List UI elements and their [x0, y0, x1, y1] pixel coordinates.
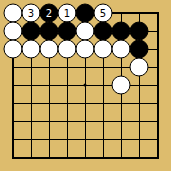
intersection[interactable] — [40, 112, 58, 130]
white-stone: 5 — [94, 4, 113, 23]
intersection[interactable] — [76, 94, 94, 112]
black-stone: 2 — [40, 4, 59, 23]
intersection[interactable] — [130, 112, 148, 130]
intersection[interactable] — [40, 148, 58, 166]
intersection[interactable] — [76, 76, 94, 94]
intersection[interactable] — [58, 148, 76, 166]
white-stone: 1 — [58, 4, 77, 23]
intersection[interactable] — [40, 40, 58, 58]
intersection[interactable] — [112, 58, 130, 76]
intersection[interactable] — [112, 22, 130, 40]
intersection[interactable] — [76, 130, 94, 148]
intersection[interactable] — [40, 22, 58, 40]
black-stone — [112, 22, 131, 41]
intersection[interactable] — [4, 22, 22, 40]
black-stone — [76, 4, 95, 23]
intersection[interactable] — [130, 76, 148, 94]
intersection[interactable] — [112, 112, 130, 130]
intersection[interactable] — [112, 94, 130, 112]
black-stone — [40, 22, 59, 41]
intersection[interactable] — [148, 148, 166, 166]
move-number-label: 3 — [28, 8, 34, 18]
intersection[interactable] — [148, 76, 166, 94]
intersection[interactable] — [112, 148, 130, 166]
intersection[interactable] — [112, 130, 130, 148]
white-stone — [4, 22, 23, 41]
intersection[interactable]: 1 — [58, 4, 76, 22]
board-grid: 3215 — [4, 4, 166, 166]
intersection[interactable] — [4, 76, 22, 94]
white-stone — [76, 40, 95, 59]
intersection[interactable] — [58, 40, 76, 58]
intersection[interactable] — [58, 58, 76, 76]
intersection[interactable] — [4, 94, 22, 112]
intersection[interactable] — [58, 94, 76, 112]
intersection[interactable] — [22, 148, 40, 166]
intersection[interactable] — [148, 94, 166, 112]
intersection[interactable] — [148, 22, 166, 40]
intersection[interactable] — [22, 58, 40, 76]
intersection[interactable] — [4, 112, 22, 130]
intersection[interactable] — [22, 40, 40, 58]
intersection[interactable] — [76, 4, 94, 22]
white-stone — [4, 4, 23, 23]
intersection[interactable] — [148, 58, 166, 76]
white-stone — [58, 40, 77, 59]
intersection[interactable] — [130, 40, 148, 58]
white-stone — [76, 22, 95, 41]
intersection[interactable] — [58, 112, 76, 130]
intersection[interactable] — [130, 130, 148, 148]
black-stone — [58, 22, 77, 41]
white-stone: 3 — [22, 4, 41, 23]
black-stone — [22, 22, 41, 41]
intersection[interactable] — [148, 4, 166, 22]
intersection[interactable] — [148, 130, 166, 148]
intersection[interactable]: 2 — [40, 4, 58, 22]
intersection[interactable] — [22, 76, 40, 94]
intersection[interactable] — [76, 112, 94, 130]
intersection[interactable] — [130, 58, 148, 76]
intersection[interactable]: 3 — [22, 4, 40, 22]
white-stone — [112, 40, 131, 59]
black-stone — [130, 40, 149, 59]
intersection[interactable] — [58, 22, 76, 40]
intersection[interactable]: 5 — [94, 4, 112, 22]
white-stone — [112, 76, 131, 95]
intersection[interactable] — [58, 76, 76, 94]
intersection[interactable] — [76, 40, 94, 58]
white-stone — [130, 58, 149, 77]
intersection[interactable] — [94, 58, 112, 76]
intersection[interactable] — [22, 22, 40, 40]
black-stone — [130, 22, 149, 41]
intersection[interactable] — [94, 112, 112, 130]
intersection[interactable] — [112, 4, 130, 22]
intersection[interactable] — [94, 76, 112, 94]
intersection[interactable] — [40, 76, 58, 94]
intersection[interactable] — [130, 22, 148, 40]
intersection[interactable] — [94, 130, 112, 148]
white-stone — [4, 40, 23, 59]
intersection[interactable] — [4, 4, 22, 22]
go-board: 3215 — [0, 0, 171, 171]
white-stone — [22, 40, 41, 59]
intersection[interactable] — [130, 148, 148, 166]
intersection[interactable] — [22, 112, 40, 130]
intersection[interactable] — [76, 148, 94, 166]
intersection[interactable] — [4, 148, 22, 166]
intersection[interactable] — [130, 4, 148, 22]
intersection[interactable] — [94, 40, 112, 58]
black-stone — [94, 22, 113, 41]
intersection[interactable] — [4, 58, 22, 76]
move-number-label: 1 — [64, 8, 70, 18]
intersection[interactable] — [76, 22, 94, 40]
intersection[interactable] — [112, 40, 130, 58]
white-stone — [94, 40, 113, 59]
intersection[interactable] — [58, 130, 76, 148]
intersection[interactable] — [148, 40, 166, 58]
move-number-label: 5 — [100, 8, 106, 18]
intersection[interactable] — [40, 130, 58, 148]
intersection[interactable] — [22, 130, 40, 148]
intersection[interactable] — [94, 94, 112, 112]
intersection[interactable] — [40, 94, 58, 112]
intersection[interactable] — [94, 148, 112, 166]
intersection[interactable] — [76, 58, 94, 76]
intersection[interactable] — [22, 94, 40, 112]
intersection[interactable] — [130, 94, 148, 112]
intersection[interactable] — [112, 76, 130, 94]
intersection[interactable] — [148, 112, 166, 130]
intersection[interactable] — [40, 58, 58, 76]
intersection[interactable] — [4, 40, 22, 58]
intersection[interactable] — [4, 130, 22, 148]
intersection[interactable] — [94, 22, 112, 40]
white-stone — [40, 40, 59, 59]
move-number-label: 2 — [46, 8, 52, 18]
